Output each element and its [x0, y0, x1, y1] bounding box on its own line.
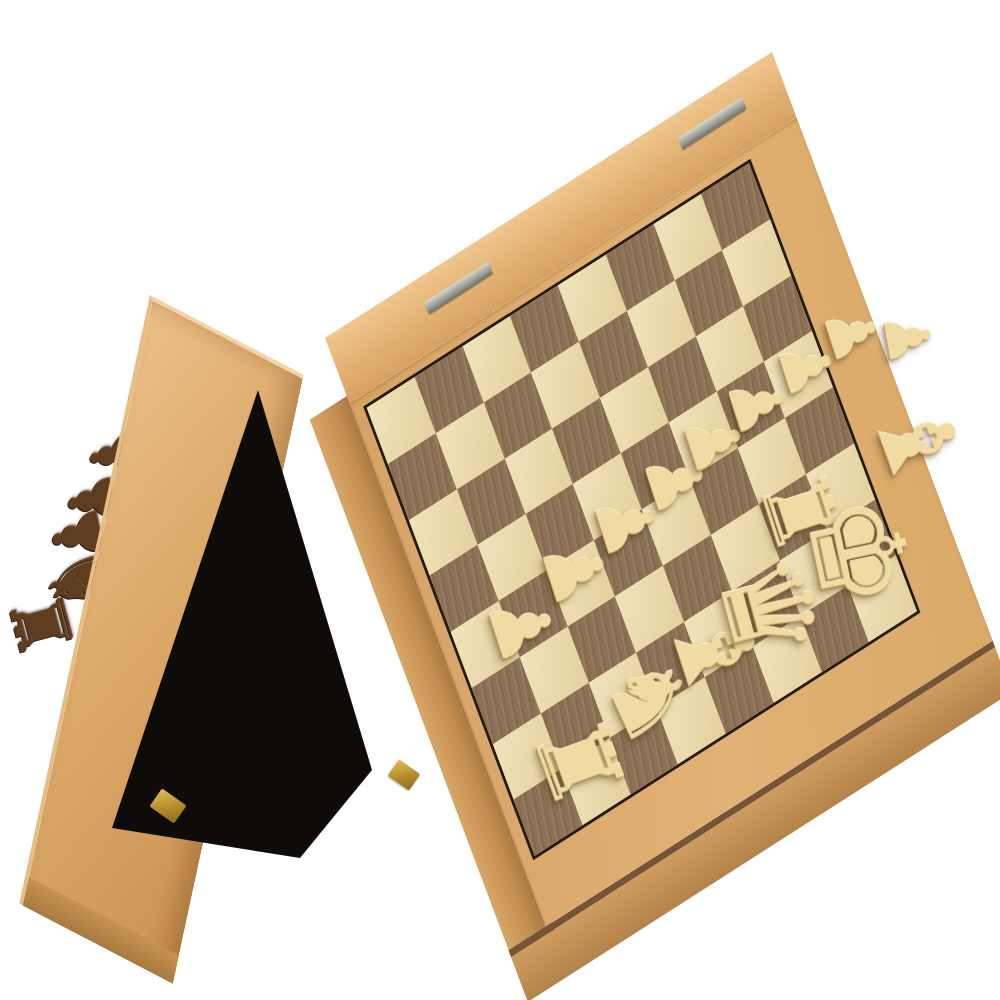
metal-hinge-1 — [424, 261, 493, 314]
chess-set-photo: ♟♟♟♞♜ ♟♟♟♟♟♟♟♟♟♜♞♝♛♜♚♝ — [0, 0, 1000, 1000]
white-pawn: ♟ — [874, 306, 942, 369]
metal-hinge-2 — [678, 97, 747, 150]
